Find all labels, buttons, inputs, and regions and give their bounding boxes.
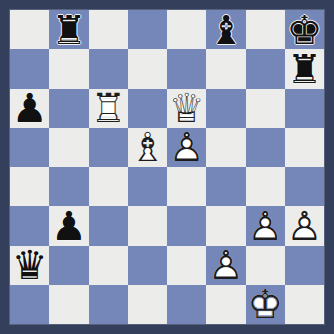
square-d6[interactable]: [128, 89, 167, 128]
piece-white-pawn: ♟♙: [206, 246, 245, 285]
square-e1[interactable]: [167, 285, 206, 324]
piece-black-rook: ♜: [49, 10, 88, 49]
square-b2[interactable]: [49, 246, 88, 285]
square-h3[interactable]: ♟♙: [285, 206, 324, 245]
square-d3[interactable]: [128, 206, 167, 245]
square-c3[interactable]: [89, 206, 128, 245]
square-e7[interactable]: [167, 49, 206, 88]
piece-white-king: ♚♔: [246, 285, 285, 324]
square-g5[interactable]: [246, 128, 285, 167]
square-e3[interactable]: [167, 206, 206, 245]
square-b6[interactable]: [49, 89, 88, 128]
square-d1[interactable]: [128, 285, 167, 324]
square-h8[interactable]: ♚: [285, 10, 324, 49]
square-c6[interactable]: ♜♖: [89, 89, 128, 128]
square-a7[interactable]: [10, 49, 49, 88]
square-h5[interactable]: [285, 128, 324, 167]
square-a8[interactable]: [10, 10, 49, 49]
square-c7[interactable]: [89, 49, 128, 88]
square-g4[interactable]: [246, 167, 285, 206]
square-c5[interactable]: [89, 128, 128, 167]
square-e8[interactable]: [167, 10, 206, 49]
piece-black-king: ♚: [285, 10, 324, 49]
square-f7[interactable]: [206, 49, 245, 88]
square-e6[interactable]: ♛♕: [167, 89, 206, 128]
piece-white-pawn: ♟♙: [246, 206, 285, 245]
square-c8[interactable]: [89, 10, 128, 49]
square-a4[interactable]: [10, 167, 49, 206]
square-a5[interactable]: [10, 128, 49, 167]
piece-white-rook: ♜♖: [89, 89, 128, 128]
square-h1[interactable]: [285, 285, 324, 324]
piece-white-pawn: ♟♙: [285, 206, 324, 245]
square-d2[interactable]: [128, 246, 167, 285]
square-g7[interactable]: [246, 49, 285, 88]
square-f2[interactable]: ♟♙: [206, 246, 245, 285]
square-c1[interactable]: [89, 285, 128, 324]
square-f4[interactable]: [206, 167, 245, 206]
square-c4[interactable]: [89, 167, 128, 206]
square-a6[interactable]: ♟: [10, 89, 49, 128]
square-d8[interactable]: [128, 10, 167, 49]
square-b7[interactable]: [49, 49, 88, 88]
square-g2[interactable]: [246, 246, 285, 285]
piece-black-pawn: ♟: [10, 89, 49, 128]
square-e5[interactable]: ♟♙: [167, 128, 206, 167]
square-b3[interactable]: ♟: [49, 206, 88, 245]
square-b8[interactable]: ♜: [49, 10, 88, 49]
square-d5[interactable]: ♝♗: [128, 128, 167, 167]
square-h7[interactable]: ♜: [285, 49, 324, 88]
piece-white-pawn: ♟♙: [167, 128, 206, 167]
piece-black-rook: ♜: [285, 49, 324, 88]
piece-white-bishop: ♝♗: [128, 128, 167, 167]
square-h6[interactable]: [285, 89, 324, 128]
square-b1[interactable]: [49, 285, 88, 324]
square-d7[interactable]: [128, 49, 167, 88]
square-f6[interactable]: [206, 89, 245, 128]
board-frame: ♜♝♚♜♟♜♖♛♕♝♗♟♙♟♟♙♟♙♛♟♙♚♔: [0, 0, 334, 334]
square-h2[interactable]: [285, 246, 324, 285]
square-e4[interactable]: [167, 167, 206, 206]
square-a3[interactable]: [10, 206, 49, 245]
square-e2[interactable]: [167, 246, 206, 285]
square-h4[interactable]: [285, 167, 324, 206]
piece-white-queen: ♛♕: [167, 89, 206, 128]
square-b5[interactable]: [49, 128, 88, 167]
piece-black-bishop: ♝: [206, 10, 245, 49]
square-a1[interactable]: [10, 285, 49, 324]
square-a2[interactable]: ♛: [10, 246, 49, 285]
square-f1[interactable]: [206, 285, 245, 324]
square-b4[interactable]: [49, 167, 88, 206]
piece-black-queen: ♛: [10, 246, 49, 285]
square-g6[interactable]: [246, 89, 285, 128]
square-f3[interactable]: [206, 206, 245, 245]
square-d4[interactable]: [128, 167, 167, 206]
square-g1[interactable]: ♚♔: [246, 285, 285, 324]
square-f5[interactable]: [206, 128, 245, 167]
square-g8[interactable]: [246, 10, 285, 49]
square-c2[interactable]: [89, 246, 128, 285]
chess-board: ♜♝♚♜♟♜♖♛♕♝♗♟♙♟♟♙♟♙♛♟♙♚♔: [10, 10, 324, 324]
square-g3[interactable]: ♟♙: [246, 206, 285, 245]
square-f8[interactable]: ♝: [206, 10, 245, 49]
piece-black-pawn: ♟: [49, 206, 88, 245]
